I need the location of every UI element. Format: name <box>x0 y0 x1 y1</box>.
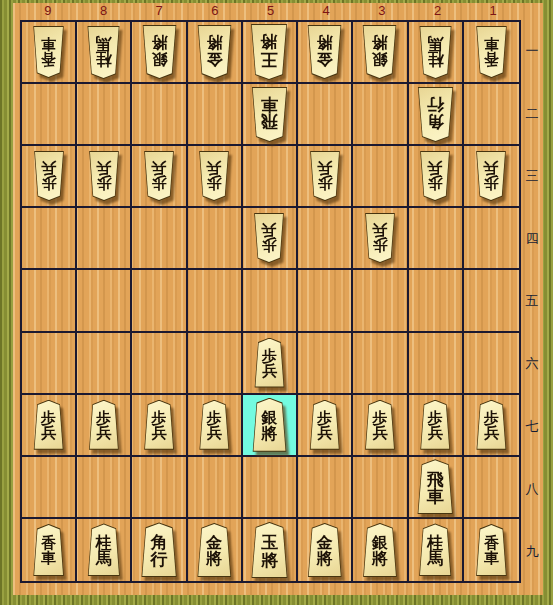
square-5-8[interactable] <box>243 457 298 519</box>
square-1-1[interactable]: 香車 <box>464 22 519 84</box>
shogi-board: 香車桂馬銀將金將王將金將銀將桂馬香車飛車角行歩兵歩兵歩兵歩兵歩兵歩兵歩兵歩兵歩兵… <box>20 20 521 583</box>
piece-silver-gote[interactable]: 銀將 <box>358 25 401 79</box>
kanji-char: 歩 <box>372 237 387 252</box>
piece-kanji: 銀將 <box>358 25 401 79</box>
kanji-char: 馬 <box>427 34 443 50</box>
square-7-6[interactable] <box>132 333 187 395</box>
square-1-8[interactable] <box>464 457 519 519</box>
square-2-7[interactable]: 歩兵 <box>409 395 464 457</box>
kanji-char: 兵 <box>152 160 167 175</box>
piece-pawn-gote[interactable]: 歩兵 <box>306 151 344 201</box>
file-label-7: 7 <box>131 3 187 19</box>
kanji-char: 將 <box>206 34 222 50</box>
kanji-char: 將 <box>151 34 167 50</box>
square-9-6[interactable] <box>22 333 77 395</box>
piece-kanji: 金將 <box>303 25 346 79</box>
piece-kanji: 歩兵 <box>85 151 123 201</box>
kanji-char: 歩 <box>262 237 277 252</box>
piece-kanji: 歩兵 <box>416 400 454 450</box>
kanji-char: 兵 <box>484 426 499 441</box>
square-8-3[interactable]: 歩兵 <box>77 146 132 208</box>
kanji-char: 車 <box>484 35 499 50</box>
square-4-7[interactable]: 歩兵 <box>298 395 353 457</box>
square-6-2[interactable] <box>188 84 243 146</box>
piece-pawn-gote[interactable]: 歩兵 <box>416 151 454 201</box>
kanji-char: 馬 <box>96 34 112 50</box>
kanji-char: 兵 <box>317 426 332 441</box>
piece-kanji: 歩兵 <box>416 151 454 201</box>
square-5-4[interactable]: 歩兵 <box>243 208 298 270</box>
piece-kanji: 香車 <box>29 524 68 576</box>
square-8-9[interactable]: 桂馬 <box>77 519 132 581</box>
piece-kanji: 歩兵 <box>85 400 123 450</box>
square-3-4[interactable]: 歩兵 <box>353 208 408 270</box>
rank-label-1: 一 <box>523 20 541 83</box>
piece-kanji: 飛車 <box>413 459 458 514</box>
piece-pawn-gote[interactable]: 歩兵 <box>472 151 510 201</box>
piece-pawn-gote[interactable]: 歩兵 <box>195 151 233 201</box>
piece-pawn-sente[interactable]: 歩兵 <box>195 400 233 450</box>
square-4-2[interactable] <box>298 84 353 146</box>
file-label-5: 5 <box>243 3 299 19</box>
piece-pawn-sente[interactable]: 歩兵 <box>30 400 68 450</box>
piece-kanji: 角行 <box>413 87 458 142</box>
kanji-char: 金 <box>206 51 222 67</box>
rank-labels: 一二三四五六七八九 <box>523 20 541 583</box>
file-label-1: 1 <box>465 3 521 19</box>
kanji-char: 將 <box>261 426 277 442</box>
piece-rook-sente[interactable]: 飛車 <box>413 459 458 514</box>
square-4-5[interactable] <box>298 270 353 332</box>
kanji-char: 桂 <box>96 51 112 67</box>
piece-rook-gote[interactable]: 飛車 <box>247 87 292 142</box>
square-8-7[interactable]: 歩兵 <box>77 395 132 457</box>
square-7-4[interactable] <box>132 208 187 270</box>
square-1-6[interactable] <box>464 333 519 395</box>
square-4-3[interactable]: 歩兵 <box>298 146 353 208</box>
square-9-5[interactable] <box>22 270 77 332</box>
square-4-1[interactable]: 金將 <box>298 22 353 84</box>
file-label-2: 2 <box>410 3 466 19</box>
piece-knight-gote[interactable]: 桂馬 <box>415 26 456 79</box>
piece-kanji: 歩兵 <box>140 151 178 201</box>
kanji-char: 歩 <box>41 175 56 190</box>
kanji-char: 車 <box>261 95 278 112</box>
piece-pawn-sente[interactable]: 歩兵 <box>85 400 123 450</box>
square-6-7[interactable]: 歩兵 <box>188 395 243 457</box>
piece-kanji: 香車 <box>472 524 511 576</box>
piece-pawn-gote[interactable]: 歩兵 <box>250 213 288 263</box>
kanji-char: 桂 <box>427 51 443 67</box>
square-6-9[interactable]: 金將 <box>188 519 243 581</box>
square-3-2[interactable] <box>353 84 408 146</box>
square-9-4[interactable] <box>22 208 77 270</box>
square-1-3[interactable]: 歩兵 <box>464 146 519 208</box>
kanji-char: 將 <box>261 33 278 50</box>
kanji-char: 兵 <box>96 426 111 441</box>
kanji-char: 王 <box>261 50 278 67</box>
piece-kanji: 歩兵 <box>250 213 288 263</box>
file-label-3: 3 <box>354 3 410 19</box>
piece-kanji: 金將 <box>193 523 236 577</box>
square-8-8[interactable] <box>77 457 132 519</box>
square-3-7[interactable]: 歩兵 <box>353 395 408 457</box>
kanji-char: 車 <box>427 488 444 505</box>
file-label-8: 8 <box>76 3 132 19</box>
kanji-char: 兵 <box>207 426 222 441</box>
kanji-char: 兵 <box>428 160 443 175</box>
kanji-char: 馬 <box>427 551 443 567</box>
kanji-char: 角 <box>427 113 444 130</box>
piece-pawn-sente[interactable]: 歩兵 <box>140 400 178 450</box>
kanji-char: 將 <box>261 552 278 569</box>
square-6-3[interactable]: 歩兵 <box>188 146 243 208</box>
kanji-char: 兵 <box>372 426 387 441</box>
piece-knight-sente[interactable]: 桂馬 <box>415 523 456 576</box>
piece-silver-sente[interactable]: 銀將 <box>358 523 401 577</box>
square-7-9[interactable]: 角行 <box>132 519 187 581</box>
square-2-2[interactable]: 角行 <box>409 84 464 146</box>
piece-kanji: 歩兵 <box>472 151 510 201</box>
kanji-char: 銀 <box>151 51 167 67</box>
kanji-char: 兵 <box>317 160 332 175</box>
piece-pawn-sente[interactable]: 歩兵 <box>306 400 344 450</box>
square-6-4[interactable] <box>188 208 243 270</box>
kanji-char: 行 <box>427 95 444 112</box>
square-6-6[interactable] <box>188 333 243 395</box>
square-2-9[interactable]: 桂馬 <box>409 519 464 581</box>
piece-kanji: 香車 <box>472 26 511 78</box>
piece-king-sente[interactable]: 玉將 <box>246 522 292 578</box>
piece-silver-gote[interactable]: 銀將 <box>138 25 181 79</box>
piece-kanji: 銀將 <box>358 523 401 577</box>
piece-kanji: 歩兵 <box>195 400 233 450</box>
piece-kanji: 歩兵 <box>361 400 399 450</box>
kanji-char: 兵 <box>152 426 167 441</box>
piece-kanji: 歩兵 <box>306 151 344 201</box>
kanji-char: 將 <box>206 551 222 567</box>
piece-pawn-sente[interactable]: 歩兵 <box>361 400 399 450</box>
square-2-1[interactable]: 桂馬 <box>409 22 464 84</box>
square-7-2[interactable] <box>132 84 187 146</box>
square-9-3[interactable]: 歩兵 <box>22 146 77 208</box>
kanji-char: 車 <box>41 551 56 566</box>
piece-kanji: 桂馬 <box>83 523 124 576</box>
square-3-5[interactable] <box>353 270 408 332</box>
kanji-char: 兵 <box>484 160 499 175</box>
kanji-char: 兵 <box>372 222 387 237</box>
piece-gold-sente[interactable]: 金將 <box>303 523 346 577</box>
square-4-6[interactable] <box>298 333 353 395</box>
square-7-1[interactable]: 銀將 <box>132 22 187 84</box>
square-5-9[interactable]: 玉將 <box>243 519 298 581</box>
piece-kanji: 歩兵 <box>472 400 510 450</box>
piece-kanji: 歩兵 <box>30 400 68 450</box>
square-2-4[interactable] <box>409 208 464 270</box>
square-4-4[interactable] <box>298 208 353 270</box>
piece-silver-sente[interactable]: 銀將 <box>248 398 291 452</box>
kanji-char: 飛 <box>261 113 278 130</box>
square-7-7[interactable]: 歩兵 <box>132 395 187 457</box>
kanji-char: 香 <box>484 51 499 66</box>
rank-label-8: 八 <box>523 458 541 521</box>
square-3-8[interactable] <box>353 457 408 519</box>
square-5-6[interactable]: 歩兵 <box>243 333 298 395</box>
square-2-3[interactable]: 歩兵 <box>409 146 464 208</box>
square-2-8[interactable]: 飛車 <box>409 457 464 519</box>
piece-kanji: 歩兵 <box>140 400 178 450</box>
piece-pawn-gote[interactable]: 歩兵 <box>85 151 123 201</box>
kanji-char: 車 <box>484 551 499 566</box>
shogi-app: 987654321 香車桂馬銀將金將王將金將銀將桂馬香車飛車角行歩兵歩兵歩兵歩兵… <box>0 0 553 605</box>
piece-pawn-sente[interactable]: 歩兵 <box>472 400 510 450</box>
kanji-char: 兵 <box>96 160 111 175</box>
piece-pawn-sente[interactable]: 歩兵 <box>416 400 454 450</box>
piece-gold-sente[interactable]: 金將 <box>193 523 236 577</box>
piece-kanji: 歩兵 <box>361 213 399 263</box>
kanji-char: 兵 <box>262 364 277 379</box>
square-6-8[interactable] <box>188 457 243 519</box>
rank-label-9: 九 <box>523 520 541 583</box>
piece-kanji: 金將 <box>193 25 236 79</box>
square-1-2[interactable] <box>464 84 519 146</box>
kanji-char: 歩 <box>207 175 222 190</box>
kanji-char: 馬 <box>96 551 112 567</box>
piece-lance-sente[interactable]: 香車 <box>472 524 511 576</box>
square-5-1[interactable]: 王將 <box>243 22 298 84</box>
rank-label-3: 三 <box>523 145 541 208</box>
square-2-5[interactable] <box>409 270 464 332</box>
square-5-3[interactable] <box>243 146 298 208</box>
file-label-4: 4 <box>298 3 354 19</box>
rank-label-4: 四 <box>523 208 541 271</box>
square-3-6[interactable] <box>353 333 408 395</box>
piece-kanji: 金將 <box>303 523 346 577</box>
square-9-2[interactable] <box>22 84 77 146</box>
kanji-char: 兵 <box>41 160 56 175</box>
square-9-9[interactable]: 香車 <box>22 519 77 581</box>
kanji-char: 兵 <box>207 160 222 175</box>
square-2-6[interactable] <box>409 333 464 395</box>
square-9-1[interactable]: 香車 <box>22 22 77 84</box>
piece-kanji: 歩兵 <box>195 151 233 201</box>
rank-label-2: 二 <box>523 83 541 146</box>
piece-pawn-gote[interactable]: 歩兵 <box>30 151 68 201</box>
piece-kanji: 歩兵 <box>30 151 68 201</box>
kanji-char: 歩 <box>152 175 167 190</box>
piece-kanji: 角行 <box>137 522 182 577</box>
square-9-7[interactable]: 歩兵 <box>22 395 77 457</box>
square-1-9[interactable]: 香車 <box>464 519 519 581</box>
kanji-char: 行 <box>151 551 168 568</box>
square-4-9[interactable]: 金將 <box>298 519 353 581</box>
square-5-2[interactable]: 飛車 <box>243 84 298 146</box>
piece-gold-gote[interactable]: 金將 <box>303 25 346 79</box>
square-5-5[interactable] <box>243 270 298 332</box>
file-label-6: 6 <box>187 3 243 19</box>
piece-kanji: 銀將 <box>248 398 291 452</box>
piece-kanji: 桂馬 <box>415 523 456 576</box>
piece-kanji: 歩兵 <box>306 400 344 450</box>
rank-label-6: 六 <box>523 333 541 396</box>
piece-knight-sente[interactable]: 桂馬 <box>83 523 124 576</box>
piece-gold-gote[interactable]: 金將 <box>193 25 236 79</box>
square-1-4[interactable] <box>464 208 519 270</box>
square-1-5[interactable] <box>464 270 519 332</box>
kanji-char: 玉 <box>261 534 278 551</box>
square-8-1[interactable]: 桂馬 <box>77 22 132 84</box>
piece-knight-gote[interactable]: 桂馬 <box>83 26 124 79</box>
rank-label-7: 七 <box>523 395 541 458</box>
piece-kanji: 桂馬 <box>83 26 124 79</box>
file-labels: 987654321 <box>20 3 521 19</box>
piece-bishop-gote[interactable]: 角行 <box>413 87 458 142</box>
file-label-9: 9 <box>20 3 76 19</box>
kanji-char: 歩 <box>428 175 443 190</box>
piece-lance-gote[interactable]: 香車 <box>472 26 511 78</box>
piece-bishop-sente[interactable]: 角行 <box>137 522 182 577</box>
piece-lance-sente[interactable]: 香車 <box>29 524 68 576</box>
rank-label-5: 五 <box>523 270 541 333</box>
piece-kanji: 飛車 <box>247 87 292 142</box>
square-3-9[interactable]: 銀將 <box>353 519 408 581</box>
kanji-char: 兵 <box>41 426 56 441</box>
square-7-5[interactable] <box>132 270 187 332</box>
piece-kanji: 桂馬 <box>415 26 456 79</box>
piece-pawn-gote[interactable]: 歩兵 <box>140 151 178 201</box>
square-5-7[interactable]: 銀將 <box>243 395 298 457</box>
piece-kanji: 玉將 <box>246 522 292 578</box>
kanji-char: 兵 <box>428 426 443 441</box>
piece-pawn-gote[interactable]: 歩兵 <box>361 213 399 263</box>
square-8-2[interactable] <box>77 84 132 146</box>
kanji-char: 香 <box>41 51 56 66</box>
square-8-6[interactable] <box>77 333 132 395</box>
kanji-char: 金 <box>317 51 333 67</box>
kanji-char: 歩 <box>484 175 499 190</box>
kanji-char: 將 <box>372 34 388 50</box>
piece-kanji: 王將 <box>246 24 292 80</box>
kanji-char: 歩 <box>96 175 111 190</box>
kanji-char: 將 <box>317 551 333 567</box>
kanji-char: 將 <box>372 551 388 567</box>
square-3-3[interactable] <box>353 146 408 208</box>
kanji-char: 歩 <box>317 175 332 190</box>
square-8-5[interactable] <box>77 270 132 332</box>
square-7-3[interactable]: 歩兵 <box>132 146 187 208</box>
square-6-5[interactable] <box>188 270 243 332</box>
square-9-8[interactable] <box>22 457 77 519</box>
square-6-1[interactable]: 金將 <box>188 22 243 84</box>
piece-lance-gote[interactable]: 香車 <box>29 26 68 78</box>
square-3-1[interactable]: 銀將 <box>353 22 408 84</box>
piece-kanji: 歩兵 <box>250 338 288 388</box>
kanji-char: 銀 <box>372 51 388 67</box>
kanji-char: 車 <box>41 35 56 50</box>
square-1-7[interactable]: 歩兵 <box>464 395 519 457</box>
square-4-8[interactable] <box>298 457 353 519</box>
square-7-8[interactable] <box>132 457 187 519</box>
piece-king-gote[interactable]: 王將 <box>246 24 292 80</box>
piece-kanji: 香車 <box>29 26 68 78</box>
kanji-char: 兵 <box>262 222 277 237</box>
piece-pawn-sente[interactable]: 歩兵 <box>250 338 288 388</box>
piece-kanji: 銀將 <box>138 25 181 79</box>
square-8-4[interactable] <box>77 208 132 270</box>
kanji-char: 將 <box>317 34 333 50</box>
